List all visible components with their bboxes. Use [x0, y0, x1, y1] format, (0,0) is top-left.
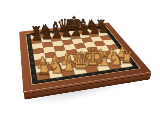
chess-set-photo: 87654321 abcdefgh ♜♞♝♛♚♝♞♜♟♟♟♟♟♟♟♟♟♟♟♟♟♟…: [0, 0, 160, 114]
chess-board: 87654321 abcdefgh ♜♞♝♛♚♝♞♜♟♟♟♟♟♟♟♟♟♟♟♟♟♟…: [19, 22, 151, 91]
piece-black-pawn-a7[interactable]: ♟: [31, 30, 43, 43]
scene: 87654321 abcdefgh ♜♞♝♛♚♝♞♜♟♟♟♟♟♟♟♟♟♟♟♟♟♟…: [0, 0, 160, 114]
board-grid: ♜♞♝♛♚♝♞♜♟♟♟♟♟♟♟♟♟♟♟♟♟♟♟♟♜♞♝♛♚♝♞♜: [30, 27, 133, 80]
piece-white-rook-a1[interactable]: ♜: [36, 61, 51, 78]
